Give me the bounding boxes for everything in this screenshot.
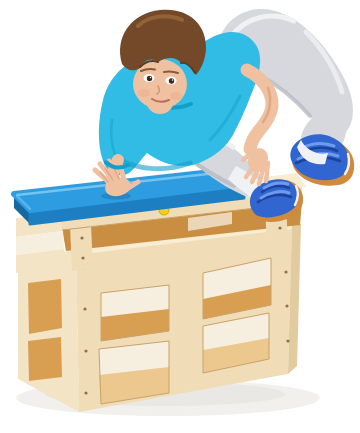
box-left-face [18,250,79,412]
product-photo-page [0,0,360,433]
product-photo [0,0,360,433]
box-window-upper-left [101,285,169,341]
box-left-window-upper [28,279,62,334]
box-window-lower-left [99,341,169,404]
bench-leg-left [70,224,93,271]
box-left-window-lower [28,337,62,381]
